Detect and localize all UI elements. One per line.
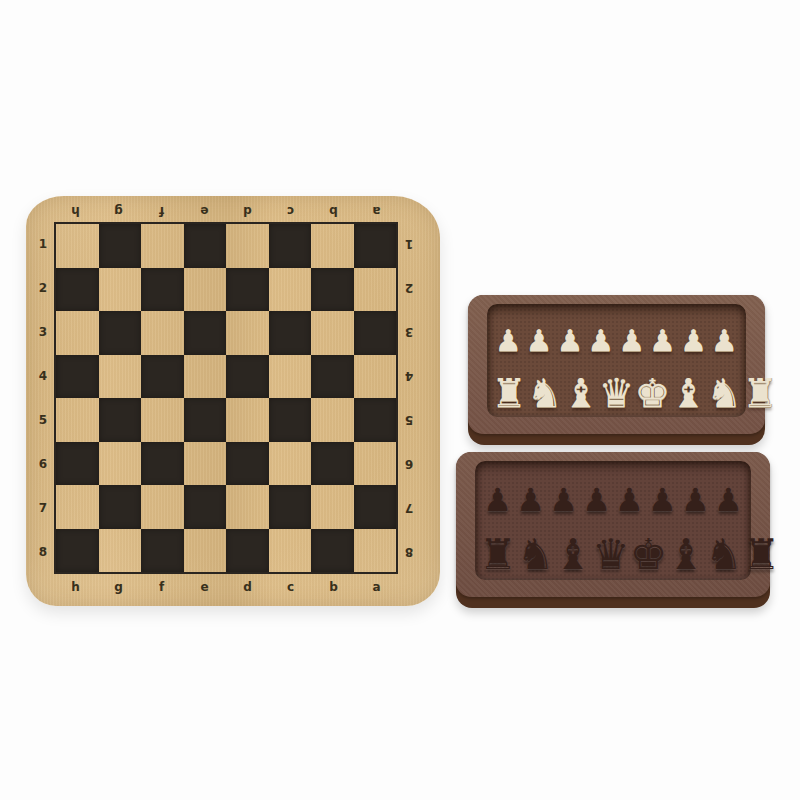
white-bishop-1: ♝ [563, 374, 599, 412]
white-tray-recess: ♟♟♟♟♟♟♟♟ ♜♞♝♛♚♝♞♜ [487, 304, 746, 417]
black-pawn-2: ♟ [516, 485, 545, 515]
square-f6 [141, 442, 184, 486]
square-f2 [141, 268, 184, 312]
file-top-label-b: b [312, 203, 355, 219]
black-pawn-1: ♟ [483, 485, 512, 515]
square-e8 [184, 529, 227, 573]
square-e3 [184, 311, 227, 355]
white-knight-1: ♞ [527, 374, 563, 412]
square-d6 [226, 442, 269, 486]
square-f5 [141, 398, 184, 442]
square-e4 [184, 355, 227, 399]
black-pieces-tray: ♟♟♟♟♟♟♟♟ ♜♞♝♛♚♝♞♜ [456, 452, 770, 608]
square-g6 [99, 442, 142, 486]
square-a1 [354, 224, 397, 268]
white-major-row: ♜♞♝♛♚♝♞♜ [487, 361, 746, 418]
black-pawn-3: ♟ [549, 485, 578, 515]
black-king-1: ♚ [630, 535, 668, 575]
white-pawn-5: ♟ [618, 327, 645, 356]
square-e7 [184, 485, 227, 529]
file-top-label-c: c [269, 203, 312, 219]
file-labels-top: hgfedcba [54, 203, 398, 219]
square-g5 [99, 398, 142, 442]
square-c7 [269, 485, 312, 529]
white-pawn-3: ♟ [557, 327, 584, 356]
white-pawn-7: ♟ [680, 327, 707, 356]
square-d8 [226, 529, 269, 573]
rank-right-label-7: 7 [400, 486, 418, 530]
square-e2 [184, 268, 227, 312]
square-e1 [184, 224, 227, 268]
square-b2 [311, 268, 354, 312]
black-bishop-1: ♝ [554, 535, 592, 575]
square-c4 [269, 355, 312, 399]
square-f8 [141, 529, 184, 573]
square-g4 [99, 355, 142, 399]
square-c5 [269, 398, 312, 442]
square-a7 [354, 485, 397, 529]
rank-right-label-4: 4 [400, 354, 418, 398]
black-bishop-2: ♝ [667, 535, 705, 575]
square-f1 [141, 224, 184, 268]
black-tray-face: ♟♟♟♟♟♟♟♟ ♜♞♝♛♚♝♞♜ [456, 452, 770, 597]
rank-left-label-3: 3 [34, 310, 52, 354]
file-bottom-label-g: g [97, 578, 140, 596]
black-knight-1: ♞ [517, 535, 555, 575]
file-bottom-label-d: d [226, 578, 269, 596]
file-top-label-d: d [226, 203, 269, 219]
black-pawn-8: ♟ [714, 485, 743, 515]
file-top-label-e: e [183, 203, 226, 219]
square-h1 [56, 224, 99, 268]
file-bottom-label-a: a [355, 578, 398, 596]
white-tray-face: ♟♟♟♟♟♟♟♟ ♜♞♝♛♚♝♞♜ [468, 295, 765, 434]
rank-left-label-5: 5 [34, 398, 52, 442]
file-bottom-label-h: h [54, 578, 97, 596]
black-pawn-row: ♟♟♟♟♟♟♟♟ [475, 461, 751, 521]
black-pawn-5: ♟ [615, 485, 644, 515]
black-pawn-7: ♟ [681, 485, 710, 515]
white-pawn-2: ♟ [526, 327, 553, 356]
square-e5 [184, 398, 227, 442]
rank-right-label-6: 6 [400, 442, 418, 486]
square-h5 [56, 398, 99, 442]
square-e6 [184, 442, 227, 486]
square-d3 [226, 311, 269, 355]
square-b3 [311, 311, 354, 355]
square-f7 [141, 485, 184, 529]
square-g1 [99, 224, 142, 268]
square-a5 [354, 398, 397, 442]
square-a6 [354, 442, 397, 486]
white-pawn-1: ♟ [495, 327, 522, 356]
black-tray-recess: ♟♟♟♟♟♟♟♟ ♜♞♝♛♚♝♞♜ [475, 461, 751, 580]
square-c1 [269, 224, 312, 268]
white-king-1: ♚ [634, 374, 670, 412]
square-b4 [311, 355, 354, 399]
square-b7 [311, 485, 354, 529]
square-d1 [226, 224, 269, 268]
rank-labels-right: 12345678 [400, 222, 418, 574]
square-d2 [226, 268, 269, 312]
rank-right-label-8: 8 [400, 530, 418, 574]
file-bottom-label-b: b [312, 578, 355, 596]
chessboard-mat: hgfedcba hgfedcba 12345678 12345678 [26, 196, 440, 606]
white-bishop-2: ♝ [670, 374, 706, 412]
white-pawn-8: ♟ [711, 327, 738, 356]
rank-right-label-2: 2 [400, 266, 418, 310]
rank-left-label-8: 8 [34, 530, 52, 574]
square-g7 [99, 485, 142, 529]
square-h7 [56, 485, 99, 529]
square-b8 [311, 529, 354, 573]
square-g2 [99, 268, 142, 312]
white-pawn-row: ♟♟♟♟♟♟♟♟ [487, 304, 746, 361]
white-pawn-4: ♟ [588, 327, 615, 356]
square-a8 [354, 529, 397, 573]
file-bottom-label-f: f [140, 578, 183, 596]
file-bottom-label-c: c [269, 578, 312, 596]
white-rook-1: ♜ [491, 374, 527, 412]
chessboard-grid [54, 222, 398, 574]
black-pawn-4: ♟ [582, 485, 611, 515]
rank-right-label-3: 3 [400, 310, 418, 354]
rank-left-label-1: 1 [34, 222, 52, 266]
rank-left-label-2: 2 [34, 266, 52, 310]
square-d7 [226, 485, 269, 529]
rank-right-label-5: 5 [400, 398, 418, 442]
square-f4 [141, 355, 184, 399]
product-photo-stage: hgfedcba hgfedcba 12345678 12345678 ♟♟♟♟… [0, 0, 800, 800]
white-pieces-tray: ♟♟♟♟♟♟♟♟ ♜♞♝♛♚♝♞♜ [468, 295, 765, 445]
black-queen-1: ♛ [592, 535, 630, 575]
rank-labels-left: 12345678 [34, 222, 52, 574]
file-labels-bottom: hgfedcba [54, 578, 398, 596]
square-c8 [269, 529, 312, 573]
square-h6 [56, 442, 99, 486]
rank-left-label-6: 6 [34, 442, 52, 486]
black-knight-2: ♞ [705, 535, 743, 575]
square-h2 [56, 268, 99, 312]
rank-left-label-7: 7 [34, 486, 52, 530]
square-f3 [141, 311, 184, 355]
rank-left-label-4: 4 [34, 354, 52, 398]
white-knight-2: ♞ [706, 374, 742, 412]
square-c3 [269, 311, 312, 355]
white-queen-1: ♛ [599, 374, 635, 412]
square-b1 [311, 224, 354, 268]
square-a3 [354, 311, 397, 355]
square-g3 [99, 311, 142, 355]
white-rook-2: ♜ [742, 374, 778, 412]
file-bottom-label-e: e [183, 578, 226, 596]
black-rook-1: ♜ [479, 535, 517, 575]
square-b6 [311, 442, 354, 486]
white-pawn-6: ♟ [649, 327, 676, 356]
rank-right-label-1: 1 [400, 222, 418, 266]
file-top-label-a: a [355, 203, 398, 219]
square-c6 [269, 442, 312, 486]
file-top-label-h: h [54, 203, 97, 219]
file-top-label-g: g [97, 203, 140, 219]
square-c2 [269, 268, 312, 312]
square-a2 [354, 268, 397, 312]
square-b5 [311, 398, 354, 442]
square-h3 [56, 311, 99, 355]
file-top-label-f: f [140, 203, 183, 219]
square-a4 [354, 355, 397, 399]
black-rook-2: ♜ [743, 535, 781, 575]
square-g8 [99, 529, 142, 573]
square-d5 [226, 398, 269, 442]
black-pawn-6: ♟ [648, 485, 677, 515]
black-major-row: ♜♞♝♛♚♝♞♜ [475, 521, 751, 581]
square-d4 [226, 355, 269, 399]
square-h4 [56, 355, 99, 399]
square-h8 [56, 529, 99, 573]
